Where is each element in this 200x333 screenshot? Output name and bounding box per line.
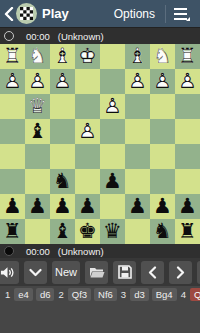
board-square[interactable]: ♟♙ xyxy=(75,119,100,144)
white-rook: ♜♖ xyxy=(0,44,25,69)
board-square[interactable]: ♞ xyxy=(50,169,75,194)
board-square[interactable] xyxy=(175,169,200,194)
move-chip-current[interactable]: Qg3 xyxy=(190,288,200,301)
white-bishop: ♝♗ xyxy=(125,44,150,69)
board-square[interactable]: ♟ xyxy=(0,194,25,219)
black-pawn: ♟ xyxy=(0,194,25,219)
black-rook: ♜ xyxy=(175,219,200,244)
white-player-bar: 00:00 (Unknown) xyxy=(0,28,200,44)
board-square[interactable] xyxy=(175,144,200,169)
board-square[interactable] xyxy=(100,194,125,219)
board-square[interactable]: ♟♙ xyxy=(50,69,75,94)
back-icon[interactable] xyxy=(4,7,14,21)
header: Play Options xyxy=(0,0,200,28)
board-square[interactable] xyxy=(100,144,125,169)
board-square[interactable] xyxy=(50,119,75,144)
move-chip[interactable]: e4 xyxy=(14,288,33,301)
white-pawn: ♟♙ xyxy=(100,94,125,119)
board-square[interactable] xyxy=(100,44,125,69)
next-move-button[interactable] xyxy=(169,261,192,284)
white-pawn: ♟♙ xyxy=(0,69,25,94)
board-square[interactable]: ♜ xyxy=(175,219,200,244)
board-square[interactable]: ♟♙ xyxy=(0,69,25,94)
board-square[interactable]: ♝ xyxy=(25,119,50,144)
board-square[interactable]: ♚♔ xyxy=(75,44,100,69)
move-chip[interactable]: Qf3 xyxy=(68,288,91,301)
black-bishop: ♝ xyxy=(25,119,50,144)
board-square[interactable]: ♜ xyxy=(0,219,25,244)
toolbar: New xyxy=(0,258,200,286)
board-square[interactable]: ♛♕ xyxy=(25,94,50,119)
board-square[interactable] xyxy=(0,144,25,169)
board-square[interactable] xyxy=(150,94,175,119)
chess-app-icon xyxy=(16,3,37,24)
white-knight: ♞♘ xyxy=(150,44,175,69)
board-square[interactable]: ♟ xyxy=(150,194,175,219)
black-queen: ♛ xyxy=(100,219,125,244)
move-number: 1 xyxy=(4,289,11,300)
board-square[interactable]: ♟ xyxy=(100,169,125,194)
board-square[interactable] xyxy=(75,94,100,119)
board-square[interactable]: ♟ xyxy=(50,194,75,219)
black-rook: ♜ xyxy=(0,219,25,244)
board-square[interactable] xyxy=(175,94,200,119)
board-square[interactable]: ♟ xyxy=(175,194,200,219)
board-square[interactable] xyxy=(0,119,25,144)
chess-board: ♜♖♞♘♝♗♚♔♝♗♞♘♜♖♟♙♟♙♟♙♟♙♟♙♟♙♛♕♟♙♝♟♙♞♟♟♟♟♟♟… xyxy=(0,44,200,244)
board-square[interactable] xyxy=(100,119,125,144)
black-pawn: ♟ xyxy=(100,169,125,194)
folder-open-icon xyxy=(89,266,105,279)
autoplay-button[interactable] xyxy=(197,261,200,284)
board-square[interactable]: ♝♗ xyxy=(125,44,150,69)
save-game-button[interactable] xyxy=(113,261,136,284)
board-square[interactable] xyxy=(150,144,175,169)
previous-move-button[interactable] xyxy=(141,261,164,284)
board-square[interactable] xyxy=(175,119,200,144)
menu-icon[interactable] xyxy=(174,7,190,21)
board-square[interactable]: ♟ xyxy=(25,194,50,219)
white-pawn: ♟♙ xyxy=(25,69,50,94)
black-knight: ♞ xyxy=(50,169,75,194)
white-pawn: ♟♙ xyxy=(75,119,100,144)
chevron-left-icon xyxy=(148,266,157,279)
board-square[interactable] xyxy=(0,169,25,194)
board-square[interactable] xyxy=(100,69,125,94)
board-square[interactable] xyxy=(125,169,150,194)
move-chip[interactable]: d3 xyxy=(130,288,149,301)
move-list: 1e4d62Qf3Nf63d3Bg44Qg3 xyxy=(4,288,200,301)
board-square[interactable] xyxy=(125,94,150,119)
white-pawn: ♟♙ xyxy=(125,69,150,94)
board-square[interactable]: ♟♙ xyxy=(150,69,175,94)
board-square[interactable] xyxy=(125,119,150,144)
white-bishop: ♝♗ xyxy=(50,44,75,69)
board-square[interactable] xyxy=(75,144,100,169)
black-circle-icon xyxy=(4,246,14,256)
board-square[interactable] xyxy=(25,219,50,244)
move-number: 3 xyxy=(120,289,127,300)
white-circle-icon xyxy=(4,31,14,41)
board-square[interactable]: ♜♖ xyxy=(0,44,25,69)
move-chip[interactable]: d6 xyxy=(36,288,55,301)
white-knight: ♞♘ xyxy=(25,44,50,69)
floppy-disk-icon xyxy=(118,265,132,279)
white-player-name: (Unknown) xyxy=(58,31,104,42)
white-king: ♚♔ xyxy=(75,44,100,69)
options-button[interactable]: Options xyxy=(106,0,163,28)
header-divider xyxy=(165,5,166,23)
black-pawn: ♟ xyxy=(150,194,175,219)
white-queen: ♛♕ xyxy=(25,94,50,119)
board-square[interactable]: ♟♙ xyxy=(125,69,150,94)
black-clock: 00:00 xyxy=(26,246,50,257)
white-pawn: ♟♙ xyxy=(175,69,200,94)
board-square[interactable]: ♟♙ xyxy=(100,94,125,119)
chess-app-screen: Play Options 00:00 (Unknown) ♜♖♞♘♝♗♚♔♝♗♞… xyxy=(0,0,200,333)
page-title: Play xyxy=(42,6,106,21)
board-square[interactable] xyxy=(0,94,25,119)
black-king: ♚ xyxy=(75,219,100,244)
board-square[interactable] xyxy=(75,169,100,194)
collapse-panel-button[interactable] xyxy=(24,261,47,284)
white-clock: 00:00 xyxy=(26,31,50,42)
move-number: 4 xyxy=(180,289,187,300)
black-player-bar: 00:00 (Unknown) xyxy=(0,244,200,258)
board-square[interactable]: ♜♖ xyxy=(175,44,200,69)
black-player-name: (Unknown) xyxy=(58,246,104,257)
board-square[interactable] xyxy=(150,169,175,194)
board-square[interactable]: ♟♙ xyxy=(175,69,200,94)
chevron-right-icon xyxy=(176,266,185,279)
black-bishop: ♝ xyxy=(50,219,75,244)
board-square[interactable]: ♟ xyxy=(125,194,150,219)
board-square[interactable] xyxy=(125,144,150,169)
board-square[interactable]: ♞♘ xyxy=(150,44,175,69)
board-square[interactable] xyxy=(125,219,150,244)
black-pawn: ♟ xyxy=(50,194,75,219)
move-list-panel: 1e4d62Qf3Nf63d3Bg44Qg3 xyxy=(0,286,200,333)
board-square[interactable] xyxy=(50,94,75,119)
black-knight: ♞ xyxy=(150,219,175,244)
board-square[interactable]: ♞ xyxy=(150,219,175,244)
board-square[interactable] xyxy=(25,169,50,194)
move-number: 2 xyxy=(57,289,64,300)
black-pawn: ♟ xyxy=(25,194,50,219)
board-square[interactable]: ♟ xyxy=(75,194,100,219)
board-square[interactable] xyxy=(75,69,100,94)
board-square[interactable]: ♟♙ xyxy=(25,69,50,94)
white-pawn: ♟♙ xyxy=(150,69,175,94)
board-square[interactable]: ♞♘ xyxy=(25,44,50,69)
board-square[interactable] xyxy=(150,119,175,144)
white-rook: ♜♖ xyxy=(175,44,200,69)
board-square[interactable]: ♝♗ xyxy=(50,44,75,69)
board-square[interactable] xyxy=(50,144,75,169)
volume-button[interactable] xyxy=(0,261,19,284)
move-chip[interactable]: Nf6 xyxy=(94,288,117,301)
black-pawn: ♟ xyxy=(175,194,200,219)
board-square[interactable]: ♚ xyxy=(75,219,100,244)
board-square[interactable] xyxy=(25,144,50,169)
black-pawn: ♟ xyxy=(75,194,100,219)
new-game-button[interactable]: New xyxy=(52,261,80,284)
open-file-button[interactable] xyxy=(85,261,108,284)
white-pawn: ♟♙ xyxy=(50,69,75,94)
chevron-down-icon xyxy=(29,268,42,277)
black-pawn: ♟ xyxy=(125,194,150,219)
speaker-icon xyxy=(0,265,15,280)
board-square[interactable]: ♛ xyxy=(100,219,125,244)
move-chip[interactable]: Bg4 xyxy=(152,288,177,301)
board-square[interactable]: ♝ xyxy=(50,219,75,244)
